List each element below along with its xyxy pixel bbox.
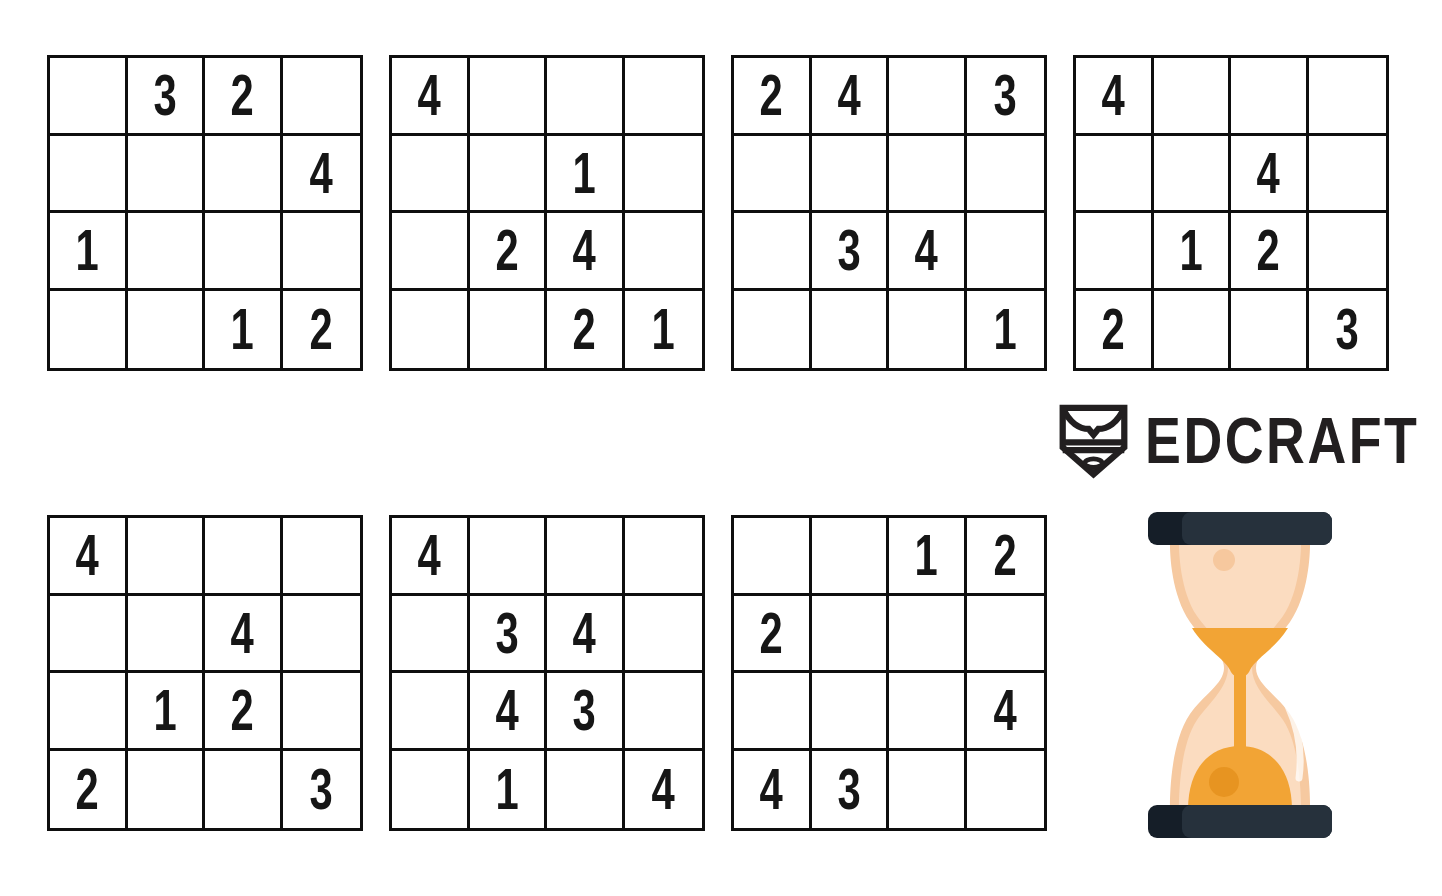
given-digit: 4 bbox=[310, 144, 333, 202]
sudoku-grid-7: 122443 bbox=[731, 515, 1047, 831]
book-shield-icon bbox=[1056, 403, 1131, 480]
cell-r1c2[interactable] bbox=[1154, 58, 1232, 136]
given-digit: 4 bbox=[231, 604, 254, 662]
cell-r1c1: 4 bbox=[392, 518, 470, 596]
cell-r3c3[interactable] bbox=[205, 213, 283, 291]
cell-r3c1[interactable] bbox=[50, 673, 128, 751]
given-digit: 4 bbox=[652, 760, 675, 818]
cell-r2c2: 3 bbox=[470, 596, 548, 674]
glass-bubble-detail bbox=[1213, 549, 1235, 571]
cell-r3c3: 2 bbox=[205, 673, 283, 751]
cell-r3c4[interactable] bbox=[283, 213, 361, 291]
cell-r4c2[interactable] bbox=[812, 291, 890, 369]
given-digit: 1 bbox=[495, 760, 518, 818]
cell-r2c1[interactable] bbox=[50, 136, 128, 214]
cell-r1c4[interactable] bbox=[283, 518, 361, 596]
cell-r4c4: 4 bbox=[625, 751, 703, 829]
cell-r3c4[interactable] bbox=[625, 213, 703, 291]
brand-logo: EDCRAFT bbox=[1056, 403, 1442, 480]
cell-r1c1[interactable] bbox=[734, 518, 812, 596]
cell-r4c1[interactable] bbox=[50, 291, 128, 369]
given-digit: 1 bbox=[153, 681, 176, 739]
cell-r1c3[interactable] bbox=[1231, 58, 1309, 136]
cell-r1c4[interactable] bbox=[625, 518, 703, 596]
cell-r4c3[interactable] bbox=[1231, 291, 1309, 369]
cell-r2c2[interactable] bbox=[470, 136, 548, 214]
sand-pile-detail bbox=[1209, 767, 1239, 797]
cell-r2c4[interactable] bbox=[625, 596, 703, 674]
cell-r2c3: 4 bbox=[1231, 136, 1309, 214]
sudoku-grid-2: 412421 bbox=[389, 55, 705, 371]
sudoku-grid-1: 324112 bbox=[47, 55, 363, 371]
hourglass-illustration bbox=[1140, 510, 1340, 840]
cell-r1c1: 4 bbox=[1076, 58, 1154, 136]
cell-r2c2[interactable] bbox=[128, 596, 206, 674]
cell-r1c1[interactable] bbox=[50, 58, 128, 136]
cell-r2c3: 1 bbox=[547, 136, 625, 214]
cell-r1c4[interactable] bbox=[625, 58, 703, 136]
cell-r2c4[interactable] bbox=[1309, 136, 1387, 214]
cell-r2c4[interactable] bbox=[967, 136, 1045, 214]
given-digit: 1 bbox=[1179, 221, 1202, 279]
given-digit: 3 bbox=[310, 760, 333, 818]
cell-r1c3: 2 bbox=[205, 58, 283, 136]
given-digit: 2 bbox=[495, 221, 518, 279]
given-digit: 4 bbox=[1102, 66, 1125, 124]
given-digit: 3 bbox=[495, 604, 518, 662]
cell-r4c4: 2 bbox=[283, 291, 361, 369]
cell-r1c2: 4 bbox=[812, 58, 890, 136]
cell-r1c2[interactable] bbox=[128, 518, 206, 596]
cell-r4c1[interactable] bbox=[392, 751, 470, 829]
given-digit: 2 bbox=[1257, 221, 1280, 279]
cell-r4c3[interactable] bbox=[889, 291, 967, 369]
given-digit: 4 bbox=[760, 760, 783, 818]
cell-r1c1: 4 bbox=[50, 518, 128, 596]
cell-r4c3[interactable] bbox=[547, 751, 625, 829]
cell-r1c4: 2 bbox=[967, 518, 1045, 596]
cell-r3c1[interactable] bbox=[392, 213, 470, 291]
given-digit: 1 bbox=[652, 300, 675, 358]
cell-r3c2: 3 bbox=[812, 213, 890, 291]
cell-r3c1[interactable] bbox=[734, 213, 812, 291]
cell-r2c2[interactable] bbox=[1154, 136, 1232, 214]
cell-r3c1[interactable] bbox=[392, 673, 470, 751]
given-digit: 1 bbox=[76, 221, 99, 279]
cell-r2c2[interactable] bbox=[812, 596, 890, 674]
given-digit: 4 bbox=[915, 221, 938, 279]
cell-r1c2[interactable] bbox=[812, 518, 890, 596]
cell-r1c3: 1 bbox=[889, 518, 967, 596]
given-digit: 4 bbox=[495, 681, 518, 739]
given-digit: 3 bbox=[153, 66, 176, 124]
given-digit: 3 bbox=[994, 66, 1017, 124]
cell-r3c2[interactable] bbox=[812, 673, 890, 751]
cell-r4c4: 3 bbox=[1309, 291, 1387, 369]
cell-r3c3: 3 bbox=[547, 673, 625, 751]
hourglass-top-cap bbox=[1148, 512, 1332, 545]
worksheet-page: 324112 412421 243341 441223 441223 43443… bbox=[0, 0, 1442, 896]
cell-r3c2: 1 bbox=[128, 673, 206, 751]
cell-r3c4: 4 bbox=[967, 673, 1045, 751]
cell-r2c1: 2 bbox=[734, 596, 812, 674]
given-digit: 1 bbox=[231, 300, 254, 358]
hourglass-bottom-cap bbox=[1148, 805, 1332, 838]
cell-r1c2[interactable] bbox=[470, 518, 548, 596]
cell-r4c2: 1 bbox=[470, 751, 548, 829]
given-digit: 4 bbox=[418, 526, 441, 584]
cell-r2c1[interactable] bbox=[392, 596, 470, 674]
cell-r2c1[interactable] bbox=[734, 136, 812, 214]
brand-name: EDCRAFT bbox=[1145, 403, 1419, 480]
cell-r3c3: 2 bbox=[1231, 213, 1309, 291]
cell-r1c3[interactable] bbox=[547, 58, 625, 136]
given-digit: 2 bbox=[231, 66, 254, 124]
cell-r2c1[interactable] bbox=[1076, 136, 1154, 214]
given-digit: 1 bbox=[994, 300, 1017, 358]
cell-r3c1[interactable] bbox=[734, 673, 812, 751]
cell-r3c2[interactable] bbox=[128, 213, 206, 291]
cell-r4c2: 3 bbox=[812, 751, 890, 829]
sudoku-grid-4: 441223 bbox=[1073, 55, 1389, 371]
cell-r4c1[interactable] bbox=[734, 291, 812, 369]
cell-r3c3[interactable] bbox=[889, 673, 967, 751]
cell-r4c3[interactable] bbox=[889, 751, 967, 829]
cell-r4c4[interactable] bbox=[967, 751, 1045, 829]
cell-r4c3: 1 bbox=[205, 291, 283, 369]
cell-r2c4[interactable] bbox=[625, 136, 703, 214]
cell-r1c4[interactable] bbox=[283, 58, 361, 136]
cell-r4c4: 1 bbox=[625, 291, 703, 369]
cell-r2c4[interactable] bbox=[283, 596, 361, 674]
cell-r3c2: 2 bbox=[470, 213, 548, 291]
given-digit: 3 bbox=[1336, 300, 1359, 358]
given-digit: 1 bbox=[573, 144, 596, 202]
cell-r3c3: 4 bbox=[889, 213, 967, 291]
cell-r2c2[interactable] bbox=[128, 136, 206, 214]
cell-r4c2[interactable] bbox=[1154, 291, 1232, 369]
given-digit: 4 bbox=[573, 221, 596, 279]
logo-eye-shape bbox=[1085, 459, 1102, 468]
given-digit: 4 bbox=[1257, 144, 1280, 202]
cell-r3c1: 1 bbox=[50, 213, 128, 291]
cell-r3c2: 1 bbox=[1154, 213, 1232, 291]
given-digit: 2 bbox=[231, 681, 254, 739]
cell-r2c1[interactable] bbox=[392, 136, 470, 214]
cell-r1c1: 2 bbox=[734, 58, 812, 136]
cell-r4c2[interactable] bbox=[128, 291, 206, 369]
cell-r1c3[interactable] bbox=[547, 518, 625, 596]
cell-r2c3: 4 bbox=[205, 596, 283, 674]
cell-r2c3[interactable] bbox=[205, 136, 283, 214]
given-digit: 3 bbox=[837, 760, 860, 818]
cell-r2c3[interactable] bbox=[889, 596, 967, 674]
given-digit: 2 bbox=[760, 66, 783, 124]
cell-r3c4[interactable] bbox=[967, 213, 1045, 291]
cell-r1c2[interactable] bbox=[470, 58, 548, 136]
cell-r2c3[interactable] bbox=[889, 136, 967, 214]
cell-r1c2: 3 bbox=[128, 58, 206, 136]
cell-r1c4[interactable] bbox=[1309, 58, 1387, 136]
cell-r4c1: 4 bbox=[734, 751, 812, 829]
cell-r4c3: 2 bbox=[547, 291, 625, 369]
sudoku-grid-6: 4344314 bbox=[389, 515, 705, 831]
given-digit: 2 bbox=[310, 300, 333, 358]
given-digit: 4 bbox=[418, 66, 441, 124]
cell-r4c4: 1 bbox=[967, 291, 1045, 369]
cell-r2c4: 4 bbox=[283, 136, 361, 214]
cell-r1c3[interactable] bbox=[205, 518, 283, 596]
cell-r4c4: 3 bbox=[283, 751, 361, 829]
cell-r1c1: 4 bbox=[392, 58, 470, 136]
sudoku-grid-3: 243341 bbox=[731, 55, 1047, 371]
cell-r4c1[interactable] bbox=[392, 291, 470, 369]
cell-r1c3[interactable] bbox=[889, 58, 967, 136]
given-digit: 4 bbox=[76, 526, 99, 584]
cell-r2c4[interactable] bbox=[967, 596, 1045, 674]
given-digit: 2 bbox=[573, 300, 596, 358]
cell-r3c2: 4 bbox=[470, 673, 548, 751]
given-digit: 2 bbox=[1102, 300, 1125, 358]
cell-r4c3[interactable] bbox=[205, 751, 283, 829]
given-digit: 3 bbox=[573, 681, 596, 739]
cell-r3c3: 4 bbox=[547, 213, 625, 291]
cell-r3c4[interactable] bbox=[283, 673, 361, 751]
given-digit: 2 bbox=[76, 760, 99, 818]
cell-r4c2[interactable] bbox=[128, 751, 206, 829]
cell-r4c2[interactable] bbox=[470, 291, 548, 369]
given-digit: 4 bbox=[573, 604, 596, 662]
cell-r3c4[interactable] bbox=[1309, 213, 1387, 291]
cell-r3c4[interactable] bbox=[625, 673, 703, 751]
sudoku-grid-5: 441223 bbox=[47, 515, 363, 831]
cell-r4c1: 2 bbox=[1076, 291, 1154, 369]
cell-r1c4: 3 bbox=[967, 58, 1045, 136]
given-digit: 4 bbox=[994, 681, 1017, 739]
given-digit: 3 bbox=[837, 221, 860, 279]
cell-r2c3: 4 bbox=[547, 596, 625, 674]
given-digit: 4 bbox=[837, 66, 860, 124]
cell-r2c2[interactable] bbox=[812, 136, 890, 214]
given-digit: 2 bbox=[994, 526, 1017, 584]
cell-r2c1[interactable] bbox=[50, 596, 128, 674]
given-digit: 2 bbox=[760, 604, 783, 662]
cell-r3c1[interactable] bbox=[1076, 213, 1154, 291]
cell-r4c1: 2 bbox=[50, 751, 128, 829]
given-digit: 1 bbox=[915, 526, 938, 584]
